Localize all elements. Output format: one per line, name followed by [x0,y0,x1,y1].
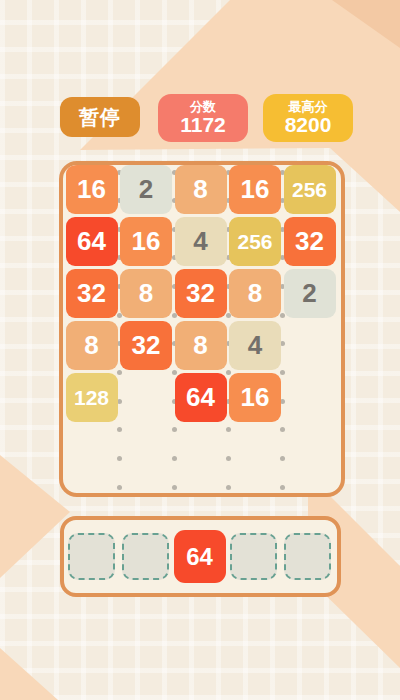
grid-dot [226,370,231,375]
best-score-value: 8200 [285,114,332,137]
tile-16: 16 [229,165,281,214]
tile-32: 32 [175,269,227,318]
pause-button[interactable]: 暂停 [60,97,140,137]
best-score-label: 最高分 [289,100,328,114]
tile-32: 32 [66,269,118,318]
tile-64: 64 [175,373,227,422]
tile-256: 256 [284,165,336,214]
grid-dot [172,485,177,490]
grid-dot [280,370,285,375]
tile-8: 8 [66,321,118,370]
tile-2: 2 [284,269,336,318]
grid-dot [280,313,285,318]
grid-dot [172,427,177,432]
tile-128: 128 [66,373,118,422]
grid-dot [117,370,122,375]
grid-dot [226,427,231,432]
tile-32: 32 [284,217,336,266]
score-value: 1172 [180,114,226,137]
grid-dot [172,456,177,461]
tray-slot-2[interactable] [122,533,169,580]
tile-8: 8 [229,269,281,318]
tile-8: 8 [175,321,227,370]
tile-2: 2 [120,165,172,214]
tile-8: 8 [120,269,172,318]
grid-dot [117,485,122,490]
tray-tile-64[interactable]: 64 [174,530,226,583]
board-grid: 16281625664164256323283282832841286416 [63,165,341,493]
game-board[interactable]: 16281625664164256323283282832841286416 [59,161,345,497]
tile-16: 16 [120,217,172,266]
tile-4: 4 [175,217,227,266]
tile-256: 256 [229,217,281,266]
score-label: 分数 [190,100,216,114]
tray-slot-1[interactable] [68,533,115,580]
tile-16: 16 [229,373,281,422]
tile-64: 64 [66,217,118,266]
grid-dot [280,427,285,432]
tile-32: 32 [120,321,172,370]
grid-dot [117,427,122,432]
tile-8: 8 [175,165,227,214]
shooter-tray: 64 [60,516,341,597]
best-score-badge: 最高分 8200 [263,94,353,142]
tile-4: 4 [229,321,281,370]
grid-dot [226,456,231,461]
grid-dot [280,456,285,461]
score-badge: 分数 1172 [158,94,248,142]
tray-slot-5[interactable] [284,533,331,580]
grid-dot [172,370,177,375]
grid-dot [226,485,231,490]
grid-dot [117,456,122,461]
tile-16: 16 [66,165,118,214]
tray-slot-4[interactable] [230,533,277,580]
grid-dot [280,485,285,490]
